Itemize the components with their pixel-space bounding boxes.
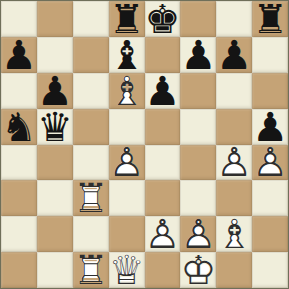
square-a4[interactable]: [1, 145, 37, 181]
square-h7[interactable]: [252, 37, 288, 73]
square-b3[interactable]: [37, 180, 73, 216]
square-d8[interactable]: ♜: [109, 1, 145, 37]
piece-white-queen: ♕: [109, 252, 145, 288]
square-g2[interactable]: ♝♗: [216, 216, 252, 252]
square-a5[interactable]: ♞: [1, 109, 37, 145]
piece-white-pawn-fill: ♟: [252, 145, 288, 181]
piece-black-pawn: ♟: [252, 109, 288, 145]
square-h8[interactable]: ♜: [252, 1, 288, 37]
square-g3[interactable]: [216, 180, 252, 216]
square-g5[interactable]: [216, 109, 252, 145]
square-e8[interactable]: ♚: [145, 1, 181, 37]
piece-white-rook-fill: ♜: [73, 180, 109, 216]
square-e7[interactable]: [145, 37, 181, 73]
square-e1[interactable]: [145, 252, 181, 288]
piece-white-king: ♔: [180, 252, 216, 288]
square-f6[interactable]: [180, 73, 216, 109]
piece-black-queen: ♛: [37, 109, 73, 145]
piece-white-bishop-fill: ♝: [109, 73, 145, 109]
square-a8[interactable]: [1, 1, 37, 37]
piece-white-rook: ♖: [73, 180, 109, 216]
square-e5[interactable]: [145, 109, 181, 145]
square-b7[interactable]: [37, 37, 73, 73]
piece-black-pawn: ♟: [216, 37, 252, 73]
square-c6[interactable]: [73, 73, 109, 109]
piece-white-rook-fill: ♜: [73, 252, 109, 288]
square-f3[interactable]: [180, 180, 216, 216]
piece-white-pawn-fill: ♟: [180, 216, 216, 252]
square-g4[interactable]: ♟♙: [216, 145, 252, 181]
square-g6[interactable]: [216, 73, 252, 109]
piece-white-pawn-fill: ♟: [145, 216, 181, 252]
piece-black-pawn: ♟: [145, 73, 181, 109]
piece-white-pawn: ♙: [180, 216, 216, 252]
piece-white-bishop: ♗: [109, 73, 145, 109]
square-f2[interactable]: ♟♙: [180, 216, 216, 252]
square-a1[interactable]: [1, 252, 37, 288]
piece-white-queen-fill: ♛: [109, 252, 145, 288]
piece-black-king: ♚: [145, 1, 181, 37]
square-f4[interactable]: [180, 145, 216, 181]
square-b8[interactable]: [37, 1, 73, 37]
square-d1[interactable]: ♛♕: [109, 252, 145, 288]
square-f7[interactable]: ♟: [180, 37, 216, 73]
square-f5[interactable]: [180, 109, 216, 145]
square-e3[interactable]: [145, 180, 181, 216]
piece-white-pawn-fill: ♟: [109, 145, 145, 181]
piece-black-rook: ♜: [109, 1, 145, 37]
square-a2[interactable]: [1, 216, 37, 252]
square-f1[interactable]: ♚♔: [180, 252, 216, 288]
piece-white-pawn: ♙: [109, 145, 145, 181]
square-d3[interactable]: [109, 180, 145, 216]
square-d5[interactable]: [109, 109, 145, 145]
piece-white-pawn: ♙: [145, 216, 181, 252]
square-a3[interactable]: [1, 180, 37, 216]
square-d6[interactable]: ♝♗: [109, 73, 145, 109]
square-d7[interactable]: ♝: [109, 37, 145, 73]
square-h2[interactable]: [252, 216, 288, 252]
square-b6[interactable]: ♟: [37, 73, 73, 109]
piece-black-bishop: ♝: [109, 37, 145, 73]
square-a6[interactable]: [1, 73, 37, 109]
square-e6[interactable]: ♟: [145, 73, 181, 109]
square-c8[interactable]: [73, 1, 109, 37]
piece-white-pawn: ♙: [216, 145, 252, 181]
square-g1[interactable]: [216, 252, 252, 288]
piece-white-king-fill: ♚: [180, 252, 216, 288]
piece-black-pawn: ♟: [180, 37, 216, 73]
square-g7[interactable]: ♟: [216, 37, 252, 73]
square-b2[interactable]: [37, 216, 73, 252]
square-c2[interactable]: [73, 216, 109, 252]
piece-white-bishop-fill: ♝: [216, 216, 252, 252]
square-g8[interactable]: [216, 1, 252, 37]
square-c7[interactable]: [73, 37, 109, 73]
piece-white-rook: ♖: [73, 252, 109, 288]
square-a7[interactable]: ♟: [1, 37, 37, 73]
square-d4[interactable]: ♟♙: [109, 145, 145, 181]
square-h3[interactable]: [252, 180, 288, 216]
square-d2[interactable]: [109, 216, 145, 252]
square-e4[interactable]: [145, 145, 181, 181]
square-f8[interactable]: [180, 1, 216, 37]
square-h5[interactable]: ♟: [252, 109, 288, 145]
piece-black-rook: ♜: [252, 1, 288, 37]
chess-board: ♜♚♜♟♝♟♟♟♝♗♟♞♛♟♟♙♟♙♟♙♜♖♟♙♟♙♝♗♜♖♛♕♚♔: [0, 0, 289, 289]
square-h1[interactable]: [252, 252, 288, 288]
square-e2[interactable]: ♟♙: [145, 216, 181, 252]
square-b4[interactable]: [37, 145, 73, 181]
square-b1[interactable]: [37, 252, 73, 288]
square-b5[interactable]: ♛: [37, 109, 73, 145]
piece-black-pawn: ♟: [37, 73, 73, 109]
piece-white-pawn-fill: ♟: [216, 145, 252, 181]
piece-black-knight: ♞: [1, 109, 37, 145]
square-c5[interactable]: [73, 109, 109, 145]
square-c3[interactable]: ♜♖: [73, 180, 109, 216]
square-c1[interactable]: ♜♖: [73, 252, 109, 288]
square-h4[interactable]: ♟♙: [252, 145, 288, 181]
piece-black-pawn: ♟: [1, 37, 37, 73]
piece-white-pawn: ♙: [252, 145, 288, 181]
piece-white-bishop: ♗: [216, 216, 252, 252]
square-c4[interactable]: [73, 145, 109, 181]
square-h6[interactable]: [252, 73, 288, 109]
